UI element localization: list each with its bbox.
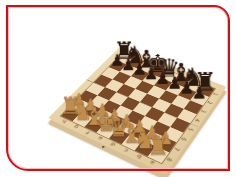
piece-light-pawn: ♟ <box>132 119 147 136</box>
chessboard-3d-scene: ♜♞♝♚♛♝♞♜♟♟♟♟♟♟♟♟♟♟♟♟♟♟♟♟♜♞♝♚♛♝♞♜ hgfedcb… <box>75 37 205 167</box>
rank-label: 1 <box>209 91 223 98</box>
chess-board: ♜♞♝♚♛♝♞♜♟♟♟♟♟♟♟♟♟♟♟♟♟♟♟♟♜♞♝♚♛♝♞♜ hgfedcb… <box>48 46 227 174</box>
board-square <box>128 89 147 102</box>
product-image[interactable]: ♜♞♝♚♛♝♞♜♟♟♟♟♟♟♟♟♟♟♟♟♟♟♟♟♜♞♝♚♛♝♞♜ hgfedcb… <box>0 0 236 177</box>
rank-label: 2 <box>203 99 217 106</box>
rank-label: 3 <box>197 108 212 116</box>
board-grid: ♜♞♝♚♛♝♞♜♟♟♟♟♟♟♟♟♟♟♟♟♟♟♟♟♜♞♝♚♛♝♞♜ <box>61 53 215 163</box>
